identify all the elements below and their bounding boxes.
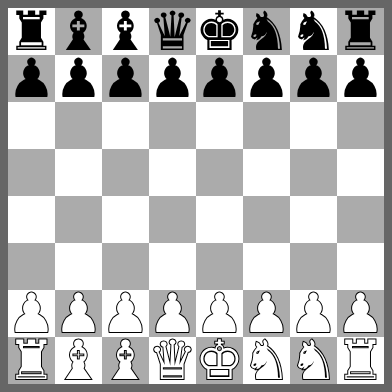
- square-g4[interactable]: [290, 196, 337, 243]
- chess-board: ♜♝♝♛♚♞♞♜♟♟♟♟♟♟♟♟♟♟♟♟♟♟♟♟♜♝♝♛♚♞♞♜: [8, 8, 384, 384]
- square-c4[interactable]: [102, 196, 149, 243]
- black-pawn: ♟: [101, 55, 149, 102]
- square-a6[interactable]: [8, 102, 55, 149]
- square-b6[interactable]: [55, 102, 102, 149]
- square-c1[interactable]: ♝: [102, 337, 149, 384]
- square-h1[interactable]: ♜: [337, 337, 384, 384]
- square-h6[interactable]: [337, 102, 384, 149]
- square-c5[interactable]: [102, 149, 149, 196]
- black-pawn: ♟: [148, 55, 196, 102]
- square-a4[interactable]: [8, 196, 55, 243]
- square-a1[interactable]: ♜: [8, 337, 55, 384]
- square-e4[interactable]: [196, 196, 243, 243]
- square-a7[interactable]: ♟: [8, 55, 55, 102]
- square-h5[interactable]: [337, 149, 384, 196]
- square-f6[interactable]: [243, 102, 290, 149]
- square-g7[interactable]: ♟: [290, 55, 337, 102]
- black-pawn: ♟: [54, 55, 102, 102]
- white-knight: ♞: [289, 337, 337, 384]
- black-pawn: ♟: [289, 55, 337, 102]
- square-b7[interactable]: ♟: [55, 55, 102, 102]
- square-b1[interactable]: ♝: [55, 337, 102, 384]
- white-bishop: ♝: [54, 337, 102, 384]
- square-e1[interactable]: ♚: [196, 337, 243, 384]
- square-c7[interactable]: ♟: [102, 55, 149, 102]
- square-d7[interactable]: ♟: [149, 55, 196, 102]
- square-e5[interactable]: [196, 149, 243, 196]
- black-pawn: ♟: [336, 55, 384, 102]
- square-b4[interactable]: [55, 196, 102, 243]
- square-d4[interactable]: [149, 196, 196, 243]
- square-d5[interactable]: [149, 149, 196, 196]
- square-f4[interactable]: [243, 196, 290, 243]
- square-d1[interactable]: ♛: [149, 337, 196, 384]
- square-h4[interactable]: [337, 196, 384, 243]
- square-e7[interactable]: ♟: [196, 55, 243, 102]
- square-g5[interactable]: [290, 149, 337, 196]
- square-a5[interactable]: [8, 149, 55, 196]
- square-f7[interactable]: ♟: [243, 55, 290, 102]
- square-b5[interactable]: [55, 149, 102, 196]
- white-king: ♚: [195, 337, 243, 384]
- square-d6[interactable]: [149, 102, 196, 149]
- square-h7[interactable]: ♟: [337, 55, 384, 102]
- square-e6[interactable]: [196, 102, 243, 149]
- square-c6[interactable]: [102, 102, 149, 149]
- square-f5[interactable]: [243, 149, 290, 196]
- white-bishop: ♝: [101, 337, 149, 384]
- white-knight: ♞: [242, 337, 290, 384]
- white-queen: ♛: [148, 337, 196, 384]
- black-pawn: ♟: [242, 55, 290, 102]
- square-g1[interactable]: ♞: [290, 337, 337, 384]
- chess-board-frame: ♜♝♝♛♚♞♞♜♟♟♟♟♟♟♟♟♟♟♟♟♟♟♟♟♜♝♝♛♚♞♞♜: [0, 0, 392, 392]
- white-rook: ♜: [336, 337, 384, 384]
- black-pawn: ♟: [195, 55, 243, 102]
- black-pawn: ♟: [7, 55, 55, 102]
- square-g6[interactable]: [290, 102, 337, 149]
- square-f1[interactable]: ♞: [243, 337, 290, 384]
- white-rook: ♜: [7, 337, 55, 384]
